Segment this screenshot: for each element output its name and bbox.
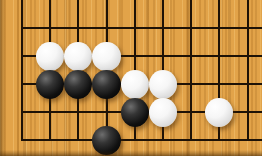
board-point[interactable] <box>64 98 92 126</box>
board-point[interactable]: ● <box>64 70 92 98</box>
white-stone[interactable]: ● <box>36 42 64 71</box>
board-point[interactable] <box>149 14 177 42</box>
black-stone[interactable]: ● <box>92 70 120 99</box>
board-point[interactable] <box>233 126 261 154</box>
white-stone[interactable]: ● <box>64 42 92 71</box>
board-point[interactable] <box>121 126 149 154</box>
board-point[interactable] <box>177 42 205 70</box>
board-point[interactable] <box>36 98 64 126</box>
white-stone[interactable]: ● <box>149 98 177 127</box>
board-point[interactable] <box>121 42 149 70</box>
board-point[interactable] <box>233 14 261 42</box>
board-point[interactable]: ● <box>92 42 120 70</box>
board-point[interactable]: ● <box>121 98 149 126</box>
board-point[interactable] <box>233 70 261 98</box>
black-stone[interactable]: ● <box>92 126 120 155</box>
board-point[interactable] <box>205 14 233 42</box>
board-point[interactable] <box>36 126 64 154</box>
board-point[interactable]: ● <box>205 98 233 126</box>
board-point[interactable]: ● <box>92 70 120 98</box>
board-point[interactable] <box>149 42 177 70</box>
board-point[interactable] <box>177 70 205 98</box>
black-stone[interactable]: ● <box>36 70 64 99</box>
board-point[interactable]: ● <box>121 70 149 98</box>
board-point[interactable] <box>149 126 177 154</box>
board-point[interactable] <box>205 70 233 98</box>
board-point[interactable] <box>177 98 205 126</box>
board-point[interactable] <box>92 98 120 126</box>
board-point[interactable] <box>233 98 261 126</box>
board-point[interactable]: ● <box>149 70 177 98</box>
board-point[interactable] <box>92 14 120 42</box>
white-stone[interactable]: ● <box>92 42 120 71</box>
board-point[interactable] <box>64 14 92 42</box>
board-point[interactable] <box>8 42 36 70</box>
board-point[interactable] <box>8 126 36 154</box>
board-point[interactable] <box>8 98 36 126</box>
white-stone[interactable]: ● <box>205 98 233 127</box>
board-point[interactable] <box>121 14 149 42</box>
go-board[interactable]: ●●●●●●●●●●●● <box>0 0 262 156</box>
board-point[interactable] <box>177 126 205 154</box>
board-point[interactable] <box>36 14 64 42</box>
board-point[interactable] <box>233 42 261 70</box>
board-point[interactable]: ● <box>36 70 64 98</box>
board-grid: ●●●●●●●●●●●● <box>8 14 262 154</box>
black-stone[interactable]: ● <box>64 70 92 99</box>
white-stone[interactable]: ● <box>149 70 177 99</box>
board-point[interactable] <box>177 14 205 42</box>
board-point[interactable] <box>64 126 92 154</box>
board-point[interactable]: ● <box>92 126 120 154</box>
board-point[interactable]: ● <box>149 98 177 126</box>
board-point[interactable] <box>8 70 36 98</box>
board-point[interactable] <box>8 14 36 42</box>
black-stone[interactable]: ● <box>121 98 149 127</box>
white-stone[interactable]: ● <box>121 70 149 99</box>
screenshot: ●●●●●●●●●●●● <box>0 0 262 156</box>
board-point[interactable] <box>205 126 233 154</box>
board-point[interactable]: ● <box>36 42 64 70</box>
board-point[interactable] <box>205 42 233 70</box>
board-point[interactable]: ● <box>64 42 92 70</box>
